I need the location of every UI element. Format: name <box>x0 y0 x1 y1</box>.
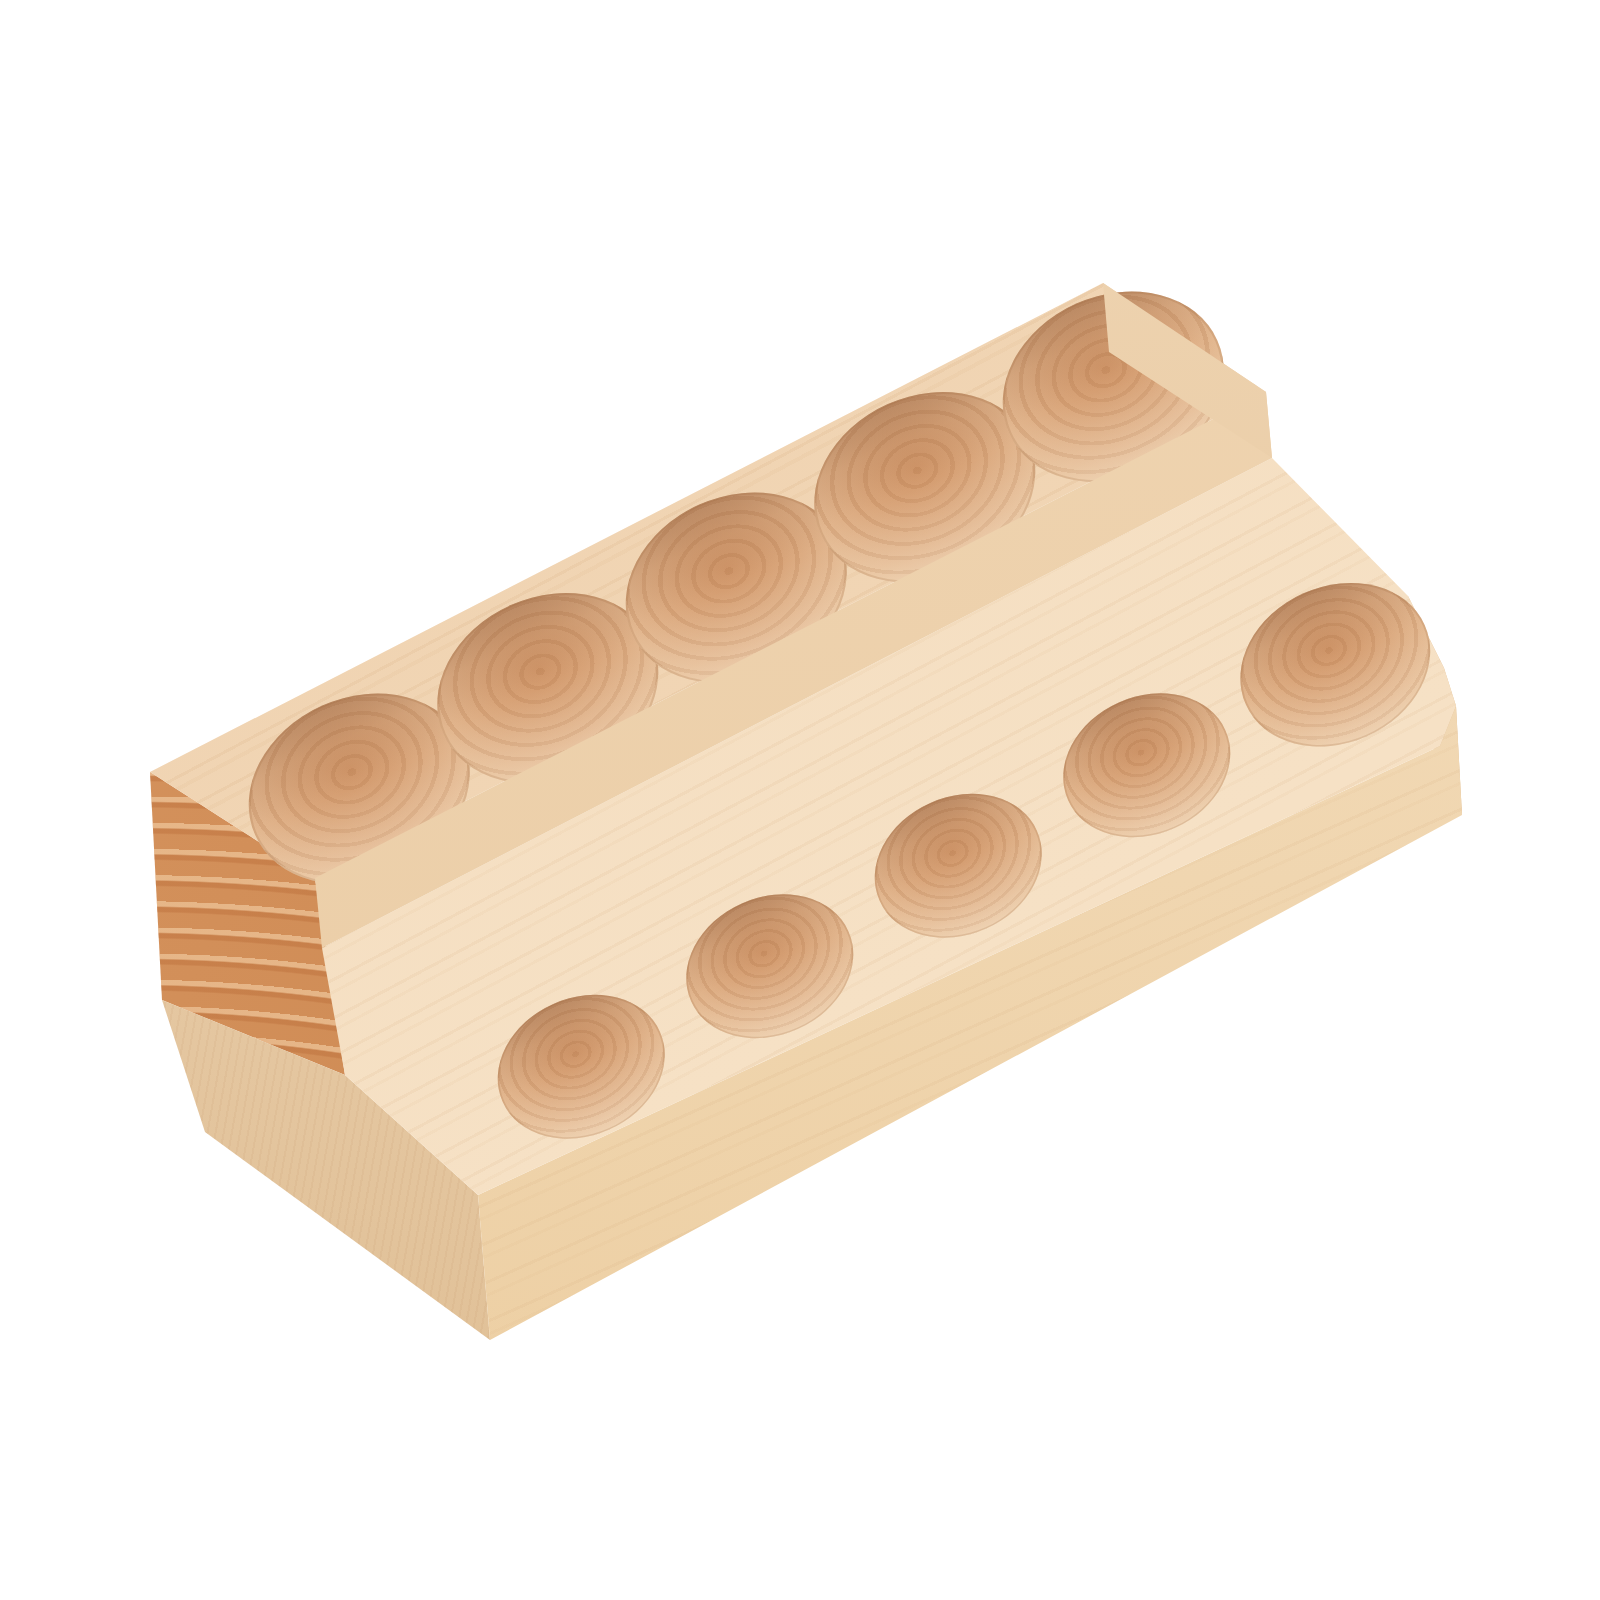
photo-canvas <box>0 0 1600 1600</box>
pit-front-1[interactable] <box>475 969 688 1165</box>
pit-front-2[interactable] <box>663 868 876 1064</box>
pit-front-4[interactable] <box>1040 667 1253 863</box>
pit-front-3[interactable] <box>852 768 1065 964</box>
